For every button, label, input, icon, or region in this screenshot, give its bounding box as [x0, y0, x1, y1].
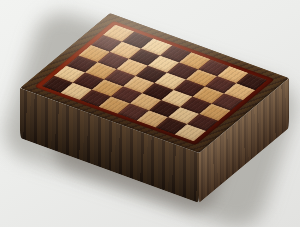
cutting-board-photo [0, 0, 300, 227]
